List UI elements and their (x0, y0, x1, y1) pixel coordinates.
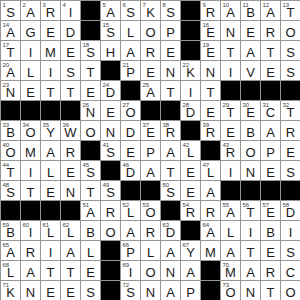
letter-cell[interactable]: 56T (241, 201, 261, 221)
black-cell (181, 121, 201, 141)
cell-letter: O (145, 266, 155, 279)
letter-cell[interactable]: 38R (161, 121, 181, 141)
cell-letter: N (106, 126, 115, 139)
letter-cell[interactable]: T (161, 161, 181, 181)
letter-cell[interactable]: E (21, 81, 41, 101)
letter-cell[interactable]: 12A (261, 1, 281, 21)
letter-cell[interactable]: 51A (81, 201, 101, 221)
cell-letter: E (66, 166, 75, 179)
letter-cell[interactable]: 13T (281, 1, 300, 21)
cell-letter: E (46, 26, 55, 39)
letter-cell[interactable]: 21P (121, 61, 141, 81)
letter-cell[interactable]: 69I (121, 261, 141, 281)
cell-letter: L (47, 166, 54, 179)
letter-cell[interactable]: 36W (61, 121, 81, 141)
cell-letter: S (126, 286, 135, 299)
letter-cell[interactable]: L (21, 61, 41, 81)
cell-letter: T (287, 6, 295, 19)
cell-letter: A (266, 126, 275, 139)
cell-letter: A (6, 246, 15, 259)
letter-cell[interactable]: I (41, 61, 61, 81)
letter-cell[interactable]: 58D (281, 201, 300, 221)
letter-cell[interactable]: 28D (181, 101, 201, 121)
cell-letter: E (206, 106, 215, 119)
letter-cell[interactable]: M (41, 41, 61, 61)
letter-cell[interactable]: A (241, 261, 261, 281)
cell-letter: S (286, 66, 295, 79)
letter-cell[interactable]: M (21, 141, 41, 161)
letter-cell[interactable]: T (261, 281, 281, 300)
letter-cell[interactable]: R (281, 121, 300, 141)
letter-cell[interactable]: S (281, 61, 300, 81)
letter-cell[interactable]: A (21, 261, 41, 281)
letter-cell[interactable]: 39R (201, 121, 221, 141)
letter-cell[interactable]: 35Y (41, 121, 61, 141)
letter-cell[interactable]: 24D (101, 81, 121, 101)
cell-letter: S (286, 166, 295, 179)
letter-cell[interactable]: N (61, 181, 81, 201)
black-cell (101, 261, 121, 281)
letter-cell[interactable]: N (241, 281, 261, 300)
letter-cell[interactable]: 43R (221, 141, 241, 161)
letter-cell[interactable]: D (121, 121, 141, 141)
letter-cell[interactable]: E (221, 121, 241, 141)
letter-cell[interactable]: A (141, 161, 161, 181)
letter-cell[interactable]: L (141, 241, 161, 261)
letter-cell[interactable]: O (101, 221, 121, 241)
letter-cell[interactable]: 66P (121, 241, 141, 261)
letter-cell[interactable]: E (121, 141, 141, 161)
letter-cell[interactable]: 6S (121, 1, 141, 21)
cell-letter: A (66, 246, 75, 259)
letter-cell[interactable]: 47L (201, 161, 221, 181)
letter-cell[interactable]: T (41, 81, 61, 101)
letter-cell[interactable]: H (101, 41, 121, 61)
letter-cell[interactable]: 62L (61, 221, 81, 241)
letter-cell[interactable]: I (21, 41, 41, 61)
cell-letter: O (225, 286, 235, 299)
letter-cell[interactable]: E (261, 241, 281, 261)
letter-cell[interactable]: T (81, 61, 101, 81)
cell-letter: S (6, 6, 15, 19)
cell-letter: A (166, 146, 175, 159)
letter-cell[interactable]: A (161, 281, 181, 300)
letter-cell[interactable]: T (201, 81, 221, 101)
black-cell (181, 21, 201, 41)
black-cell (121, 181, 141, 201)
cell-letter: I (29, 46, 33, 59)
letter-cell[interactable]: T (41, 261, 61, 281)
cell-letter: A (186, 266, 195, 279)
letter-cell[interactable]: 37E (141, 121, 161, 141)
cell-letter: S (166, 6, 175, 19)
letter-cell[interactable]: E (61, 281, 81, 300)
letter-cell[interactable]: S (281, 161, 300, 181)
cell-letter: E (146, 126, 155, 139)
cell-letter: D (126, 126, 135, 139)
cell-letter: O (285, 286, 295, 299)
letter-cell[interactable]: T (61, 81, 81, 101)
cell-letter: R (106, 206, 115, 219)
letter-cell[interactable]: B (81, 221, 101, 241)
cell-letter: A (106, 6, 115, 19)
letter-cell[interactable]: L (81, 241, 101, 261)
cell-letter: R (206, 6, 215, 19)
letter-cell[interactable]: T (221, 41, 241, 61)
letter-cell[interactable]: 15S (101, 21, 121, 41)
cell-letter: E (26, 86, 35, 99)
cell-letter: A (86, 206, 95, 219)
letter-cell[interactable]: E (181, 181, 201, 201)
letter-cell[interactable]: 3R (41, 1, 61, 21)
cell-letter: G (25, 26, 35, 39)
clue-number: 4 (63, 2, 66, 8)
letter-cell[interactable]: 60I (21, 221, 41, 241)
letter-cell[interactable]: M (201, 241, 221, 261)
cell-letter: M (45, 46, 56, 59)
letter-cell[interactable]: 65A (1, 241, 21, 261)
cell-letter: P (186, 286, 195, 299)
cell-letter: L (47, 226, 54, 239)
cell-letter: A (226, 206, 235, 219)
letter-cell[interactable]: E (101, 101, 121, 121)
cell-letter: P (126, 246, 135, 259)
letter-cell[interactable]: A (161, 241, 181, 261)
letter-cell[interactable]: 29T (221, 101, 241, 121)
letter-cell[interactable]: 11B (241, 1, 261, 21)
cell-letter: T (7, 166, 15, 179)
cell-letter: P (266, 146, 275, 159)
letter-cell[interactable]: O (241, 141, 261, 161)
letter-cell[interactable]: S (61, 61, 81, 81)
letter-cell[interactable]: L (221, 221, 241, 241)
black-cell (161, 101, 181, 121)
letter-cell[interactable]: 68L (1, 261, 21, 281)
letter-cell[interactable]: 70M (221, 261, 241, 281)
cell-letter: D (66, 26, 75, 39)
letter-cell[interactable]: 73O (221, 281, 241, 300)
letter-cell[interactable]: 17T (1, 41, 21, 61)
cell-letter: D (106, 86, 115, 99)
cell-letter: A (126, 46, 135, 59)
letter-cell[interactable]: 25A (141, 81, 161, 101)
letter-cell[interactable]: P (181, 281, 201, 300)
letter-cell[interactable]: 63D (161, 221, 181, 241)
letter-cell[interactable]: 1S (1, 1, 21, 21)
letter-cell[interactable]: R (261, 261, 281, 281)
letter-cell[interactable]: E (141, 61, 161, 81)
cell-letter: I (29, 226, 33, 239)
letter-cell[interactable]: A (241, 41, 261, 61)
cell-letter: I (29, 166, 33, 179)
letter-cell[interactable]: I (281, 221, 300, 241)
cell-letter: B (6, 226, 15, 239)
letter-cell[interactable]: 5A (101, 1, 121, 21)
black-cell (181, 1, 201, 21)
cell-letter: A (266, 6, 275, 19)
letter-cell[interactable]: 31C (261, 101, 281, 121)
letter-cell[interactable]: A (201, 181, 221, 201)
letter-cell[interactable]: E (201, 101, 221, 121)
letter-cell[interactable]: O (281, 21, 300, 41)
cell-letter: L (67, 226, 74, 239)
letter-cell[interactable]: 49S (101, 181, 121, 201)
cell-letter: Y (46, 126, 55, 139)
letter-cell[interactable]: 20A (1, 61, 21, 81)
letter-cell[interactable]: E (81, 81, 101, 101)
letter-cell[interactable]: S (81, 281, 101, 300)
cell-letter: O (5, 146, 15, 159)
black-cell (221, 81, 241, 101)
letter-cell[interactable]: 64A (201, 221, 221, 241)
cell-letter: T (67, 86, 75, 99)
letter-cell[interactable]: V (241, 61, 261, 81)
letter-cell[interactable]: I (21, 161, 41, 181)
cell-letter: T (267, 286, 275, 299)
letter-cell[interactable]: P (141, 141, 161, 161)
letter-cell[interactable]: E (61, 41, 81, 61)
cell-letter: T (87, 66, 95, 79)
letter-cell[interactable]: 18S (81, 41, 101, 61)
letter-cell[interactable]: E (41, 281, 61, 300)
letter-cell[interactable]: A (61, 241, 81, 261)
cell-letter: D (126, 166, 135, 179)
letter-cell[interactable]: P (161, 21, 181, 41)
letter-cell[interactable]: G (21, 21, 41, 41)
cell-letter: E (126, 146, 135, 159)
letter-cell[interactable]: T (61, 261, 81, 281)
letter-cell[interactable]: R (141, 41, 161, 61)
cell-letter: O (85, 126, 95, 139)
letter-cell[interactable]: T (161, 81, 181, 101)
cell-letter: L (127, 26, 134, 39)
letter-cell[interactable]: A (121, 221, 141, 241)
letter-cell[interactable]: 53O (141, 201, 161, 221)
cell-letter: S (106, 26, 115, 39)
letter-cell[interactable]: 2A (21, 1, 41, 21)
letter-cell[interactable]: 14A (1, 21, 21, 41)
letter-cell[interactable]: O (141, 261, 161, 281)
letter-cell[interactable]: 48S (1, 181, 21, 201)
letter-cell[interactable]: A (181, 261, 201, 281)
letter-cell[interactable]: 54R (181, 201, 201, 221)
letter-cell[interactable]: 26N (81, 101, 101, 121)
letter-cell[interactable]: 8S (161, 1, 181, 21)
letter-cell[interactable]: E (161, 41, 181, 61)
black-cell (261, 81, 281, 101)
letter-cell[interactable]: N (21, 281, 41, 300)
cell-letter: S (126, 6, 135, 19)
letter-cell[interactable]: 9R (201, 1, 221, 21)
cell-letter: R (46, 6, 55, 19)
letter-cell[interactable]: A (161, 141, 181, 161)
letter-cell[interactable]: B (261, 221, 281, 241)
cell-letter: O (105, 226, 115, 239)
letter-cell[interactable]: N (221, 21, 241, 41)
cell-letter: R (286, 126, 295, 139)
letter-cell[interactable]: S (281, 41, 300, 61)
letter-cell[interactable]: 59B (1, 221, 21, 241)
letter-cell[interactable]: E (41, 181, 61, 201)
cell-letter: A (26, 266, 35, 279)
letter-cell[interactable]: O (281, 281, 300, 300)
cell-letter: O (245, 146, 255, 159)
letter-cell[interactable]: D (61, 21, 81, 41)
cell-letter: L (227, 226, 234, 239)
black-cell (181, 41, 201, 61)
letter-cell[interactable]: 23N (1, 81, 21, 101)
letter-cell[interactable]: 57E (261, 201, 281, 221)
letter-cell[interactable]: 67Y (181, 241, 201, 261)
letter-cell[interactable]: 42L (181, 141, 201, 161)
letter-cell[interactable]: N (161, 61, 181, 81)
cell-letter: N (6, 86, 15, 99)
letter-cell[interactable]: T (261, 41, 281, 61)
cell-letter: S (106, 146, 115, 159)
letter-cell[interactable]: 16E (201, 21, 221, 41)
cell-letter: I (69, 6, 73, 19)
cell-letter: E (86, 266, 95, 279)
letter-cell[interactable]: 32T (281, 101, 300, 121)
cell-letter: L (147, 246, 154, 259)
letter-cell[interactable]: 10A (221, 1, 241, 21)
cell-letter: B (86, 226, 95, 239)
black-cell (21, 201, 41, 221)
letter-cell[interactable]: R (261, 21, 281, 41)
letter-cell[interactable]: 44T (1, 161, 21, 181)
black-cell (161, 201, 181, 221)
cell-letter: A (166, 286, 175, 299)
letter-cell[interactable]: 50S (161, 181, 181, 201)
letter-cell[interactable]: T (21, 181, 41, 201)
letter-cell[interactable]: E (61, 161, 81, 181)
letter-cell[interactable]: 72S (121, 281, 141, 300)
letter-cell[interactable]: 34O (21, 121, 41, 141)
letter-cell[interactable]: I (181, 81, 201, 101)
cell-letter: A (246, 266, 255, 279)
letter-cell[interactable]: O (81, 121, 101, 141)
cell-letter: O (125, 106, 135, 119)
letter-cell[interactable]: I (221, 161, 241, 181)
cell-letter: P (146, 146, 155, 159)
cell-letter: A (6, 26, 15, 39)
cell-letter: A (226, 6, 235, 19)
letter-cell[interactable]: B (241, 121, 261, 141)
letter-cell[interactable]: E (261, 161, 281, 181)
letter-cell[interactable]: E (281, 141, 300, 161)
cell-letter: S (6, 186, 15, 199)
cell-letter: R (66, 146, 75, 159)
letter-cell[interactable]: E (241, 21, 261, 41)
cell-letter: O (145, 206, 155, 219)
letter-cell[interactable]: N (161, 261, 181, 281)
cell-letter: C (286, 266, 295, 279)
letter-cell[interactable]: 40O (1, 141, 21, 161)
letter-cell[interactable]: I (221, 61, 241, 81)
black-cell (101, 281, 121, 300)
cell-letter: E (106, 106, 115, 119)
black-cell (221, 181, 241, 201)
letter-cell[interactable]: O (141, 21, 161, 41)
black-cell (101, 61, 121, 81)
cell-letter: T (67, 266, 75, 279)
letter-cell[interactable]: 30E (241, 101, 261, 121)
letter-cell[interactable]: 52L (121, 201, 141, 221)
cell-letter: T (167, 86, 175, 99)
letter-cell[interactable]: 7K (141, 1, 161, 21)
black-cell (241, 181, 261, 201)
letter-cell[interactable]: 19E (201, 41, 221, 61)
cell-letter: T (247, 206, 255, 219)
letter-cell[interactable]: 61L (41, 221, 61, 241)
letter-cell[interactable]: 55A (221, 201, 241, 221)
letter-cell[interactable]: 4I (61, 1, 81, 21)
letter-cell[interactable]: 22K (181, 61, 201, 81)
cell-letter: L (187, 146, 194, 159)
cell-letter: E (166, 46, 175, 59)
letter-cell[interactable]: R (201, 201, 221, 221)
cell-letter: M (225, 266, 236, 279)
cell-letter: D (286, 206, 295, 219)
letter-cell[interactable]: E (181, 161, 201, 181)
cell-letter: L (7, 266, 14, 279)
letter-cell[interactable]: R (101, 201, 121, 221)
cell-letter: E (46, 186, 55, 199)
letter-cell[interactable]: A (221, 241, 241, 261)
letter-cell[interactable]: E (41, 21, 61, 41)
letter-cell[interactable]: 46D (121, 161, 141, 181)
cell-letter: R (226, 146, 235, 159)
letter-cell[interactable]: T (81, 181, 101, 201)
letter-cell[interactable]: I (241, 221, 261, 241)
cell-letter: E (186, 186, 195, 199)
cell-letter: S (86, 166, 95, 179)
letter-cell[interactable]: E (261, 61, 281, 81)
letter-cell[interactable]: R (61, 141, 81, 161)
cell-letter: L (27, 66, 34, 79)
letter-cell[interactable]: 33B (1, 121, 21, 141)
letter-cell[interactable]: N (201, 61, 221, 81)
letter-cell[interactable]: A (261, 121, 281, 141)
cell-letter: O (25, 126, 35, 139)
letter-cell[interactable]: S (281, 241, 300, 261)
letter-cell[interactable]: 45S (81, 161, 101, 181)
letter-cell[interactable]: P (261, 141, 281, 161)
letter-cell[interactable]: 27O (121, 101, 141, 121)
letter-cell[interactable]: A (41, 141, 61, 161)
letter-cell[interactable]: R (21, 241, 41, 261)
cell-letter: S (286, 246, 295, 259)
letter-cell[interactable]: A (121, 41, 141, 61)
letter-cell[interactable]: N (241, 161, 261, 181)
letter-cell[interactable]: R (141, 221, 161, 241)
letter-cell[interactable]: I (41, 241, 61, 261)
letter-cell[interactable]: L (41, 161, 61, 181)
cell-letter: A (146, 166, 155, 179)
letter-cell[interactable]: N (141, 281, 161, 300)
letter-cell[interactable]: 71K (1, 281, 21, 300)
black-cell (41, 201, 61, 221)
letter-cell[interactable]: C (281, 261, 300, 281)
cell-letter: N (166, 66, 175, 79)
letter-cell[interactable]: E (81, 261, 101, 281)
black-cell (61, 101, 81, 121)
letter-cell[interactable]: N (101, 121, 121, 141)
letter-cell[interactable]: 41S (101, 141, 121, 161)
cell-letter: N (86, 106, 95, 119)
letter-cell[interactable]: L (121, 21, 141, 41)
letter-cell[interactable]: T (241, 241, 261, 261)
